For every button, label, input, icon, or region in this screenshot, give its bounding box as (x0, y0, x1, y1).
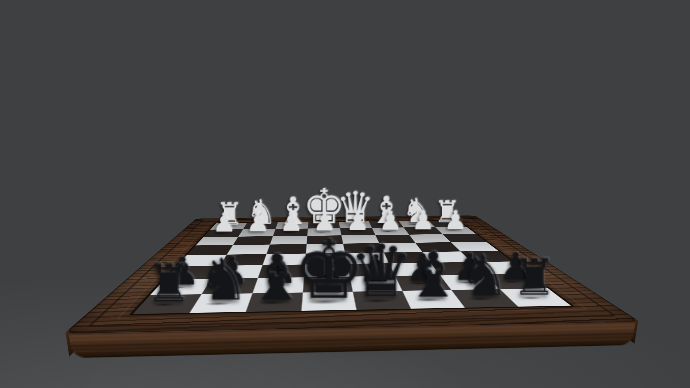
black-rook: ♜ (511, 252, 556, 302)
pieces-layer: ♜♞♝♚♛♝♞♜♟♟♟♟♟♟♟♟♟♟♟♟♟♟♟♟♜♞♝♚♛♝♞♜ (64, 216, 640, 334)
black-knight: ♞ (458, 248, 508, 304)
black-knight: ♞ (197, 252, 248, 309)
black-rook: ♜ (146, 257, 192, 309)
black-bishop: ♝ (247, 245, 304, 308)
render-viewport: ♜♞♝♚♛♝♞♜♟♟♟♟♟♟♟♟♟♟♟♟♟♟♟♟♜♞♝♚♛♝♞♜ (0, 0, 690, 388)
chess-board: ♜♞♝♚♛♝♞♜♟♟♟♟♟♟♟♟♟♟♟♟♟♟♟♟♜♞♝♚♛♝♞♜ (64, 216, 640, 334)
